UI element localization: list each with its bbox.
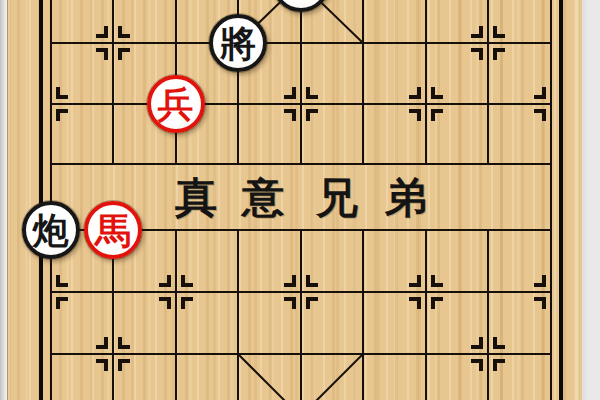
point-marker-8-3-ne [493,26,505,38]
red-soldier-piece[interactable]: 兵 [147,75,205,133]
point-marker-8-3-sw [471,48,483,60]
black-advisor-piece[interactable]: 士 [272,0,330,12]
piece-label: 兵 [158,86,194,122]
point-marker-2-3-sw [96,48,108,60]
xiangqi-board-screenshot: 真 意 兄 弟 士將兵炮馬 [0,0,600,400]
point-marker-5-7-ne [306,275,318,287]
black-general-piece[interactable]: 將 [209,14,267,72]
point-marker-5-7-se [306,297,318,309]
point-marker-7-4-nw [409,87,421,99]
black-cannon-piece[interactable]: 炮 [22,201,80,259]
point-marker-2-8-nw [96,337,108,349]
river-char-2: 意 [239,174,287,222]
river-char-3: 兄 [313,174,361,222]
grid-line-file-2a [112,0,114,165]
piece-label: 馬 [95,212,131,248]
point-marker-7-7-ne [431,275,443,287]
grid-line-file-5b [300,230,302,400]
point-marker-8-8-nw [471,337,483,349]
point-marker-5-4-ne [306,87,318,99]
board-border-left [39,0,43,400]
point-marker-5-4-nw [284,87,296,99]
grid-line-file-8a [487,0,489,165]
board-border-right [559,0,563,400]
point-marker-2-8-ne [118,337,130,349]
page-background-right [580,0,600,400]
grid-line-file-4b [237,230,239,400]
point-marker-8-8-ne [493,337,505,349]
point-marker-9-7-nw [534,275,546,287]
point-marker-5-7-sw [284,297,296,309]
point-marker-7-4-sw [409,109,421,121]
point-marker-7-7-nw [409,275,421,287]
piece-label: 炮 [33,212,69,248]
xiangqi-board[interactable]: 真 意 兄 弟 士將兵炮馬 [7,0,582,400]
grid-line-file-6a [362,0,364,165]
point-marker-3-7-se [181,297,193,309]
point-marker-7-7-sw [409,297,421,309]
point-marker-9-7-sw [534,297,546,309]
river-char-1: 真 [172,174,220,222]
point-marker-1-7-se [56,297,68,309]
red-horse-piece[interactable]: 馬 [84,201,142,259]
point-marker-8-8-sw [471,359,483,371]
point-marker-2-3-se [118,48,130,60]
piece-label: 士 [283,0,319,1]
grid-line-file-5a [300,0,302,165]
point-marker-9-4-sw [534,109,546,121]
point-marker-5-7-nw [284,275,296,287]
point-marker-2-8-sw [96,359,108,371]
point-marker-1-4-ne [56,87,68,99]
point-marker-5-4-se [306,109,318,121]
grid-line-file-7b [425,230,427,400]
point-marker-3-7-ne [181,275,193,287]
point-marker-9-4-nw [534,87,546,99]
point-marker-8-3-nw [471,26,483,38]
point-marker-5-4-sw [284,109,296,121]
point-marker-2-3-nw [96,26,108,38]
grid-line-file-7a [425,0,427,165]
point-marker-1-4-se [56,109,68,121]
point-marker-1-7-ne [56,275,68,287]
point-marker-7-4-se [431,109,443,121]
point-marker-2-3-ne [118,26,130,38]
board-edge-bevel [573,0,580,400]
grid-line-file-3b [175,230,177,400]
point-marker-8-8-se [493,359,505,371]
piece-label: 將 [220,25,256,61]
river-char-4: 弟 [382,174,430,222]
point-marker-7-7-se [431,297,443,309]
point-marker-2-8-se [118,359,130,371]
point-marker-3-7-sw [159,297,171,309]
point-marker-7-4-ne [431,87,443,99]
point-marker-3-7-nw [159,275,171,287]
grid-line-file-8b [487,230,489,400]
grid-line-file-9a [550,0,552,400]
grid-line-file-6b [362,230,364,400]
point-marker-8-3-se [493,48,505,60]
